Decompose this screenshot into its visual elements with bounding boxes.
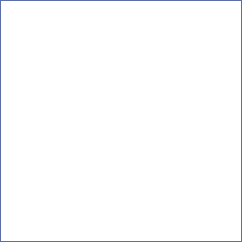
chess-board [0, 0, 242, 242]
